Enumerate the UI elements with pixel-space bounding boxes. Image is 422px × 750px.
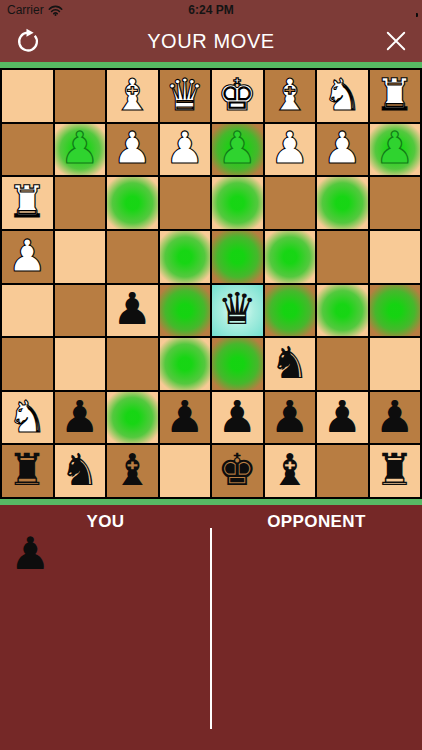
move-highlight [212, 338, 263, 390]
chess-board: ♝♛♚♝♞♜♟♟♟♟♟♟♟♜♟♟♛♞♞♟♟♟♟♟♟♜♞♝♚♝♜ [0, 68, 422, 499]
nav-bar: YOUR MOVE [0, 20, 422, 62]
clock: 6:24 PM [0, 3, 422, 17]
square-c7[interactable] [107, 392, 158, 444]
move-highlight [317, 177, 368, 229]
square-e7[interactable]: ♟ [212, 392, 263, 444]
square-h2[interactable]: ♟ [370, 124, 421, 176]
square-c2[interactable]: ♟ [107, 124, 158, 176]
white-rook: ♜ [375, 73, 414, 117]
black-rook: ♜ [8, 448, 47, 492]
square-b4[interactable] [55, 231, 106, 283]
white-knight: ♞ [323, 73, 362, 117]
square-d1[interactable]: ♛ [160, 70, 211, 122]
square-c1[interactable]: ♝ [107, 70, 158, 122]
close-button[interactable] [374, 20, 418, 62]
black-pawn: ♟ [323, 395, 362, 439]
move-highlight [265, 231, 316, 283]
move-highlight [317, 285, 368, 337]
page-title: YOUR MOVE [147, 30, 275, 53]
white-knight: ♞ [8, 395, 47, 439]
square-a5[interactable] [2, 285, 53, 337]
white-bishop: ♝ [270, 73, 309, 117]
move-highlight [212, 231, 263, 283]
white-pawn: ♟ [60, 126, 99, 170]
move-highlight [107, 177, 158, 229]
square-b6[interactable] [55, 338, 106, 390]
square-f2[interactable]: ♟ [265, 124, 316, 176]
carrier-label: Carrier [7, 3, 44, 17]
tray-divider [210, 528, 212, 729]
square-b5[interactable] [55, 285, 106, 337]
square-f8[interactable]: ♝ [265, 445, 316, 497]
square-e1[interactable]: ♚ [212, 70, 263, 122]
square-a3[interactable]: ♜ [2, 177, 53, 229]
close-icon [385, 30, 407, 52]
square-c5[interactable]: ♟ [107, 285, 158, 337]
black-pawn: ♟ [165, 395, 204, 439]
move-highlight [370, 285, 421, 337]
square-e2[interactable]: ♟ [212, 124, 263, 176]
white-pawn: ♟ [8, 234, 47, 278]
white-pawn: ♟ [218, 126, 257, 170]
square-g7[interactable]: ♟ [317, 392, 368, 444]
square-e6[interactable] [212, 338, 263, 390]
refresh-icon [15, 28, 41, 54]
move-highlight [160, 231, 211, 283]
square-a7[interactable]: ♞ [2, 392, 53, 444]
white-bishop: ♝ [113, 73, 152, 117]
move-highlight [107, 392, 158, 444]
opponent-label: OPPONENT [211, 512, 422, 532]
square-a6[interactable] [2, 338, 53, 390]
square-f5[interactable] [265, 285, 316, 337]
black-rook: ♜ [375, 448, 414, 492]
square-b7[interactable]: ♟ [55, 392, 106, 444]
move-highlight [212, 177, 263, 229]
white-pawn: ♟ [165, 126, 204, 170]
square-a8[interactable]: ♜ [2, 445, 53, 497]
square-g1[interactable]: ♞ [317, 70, 368, 122]
square-d7[interactable]: ♟ [160, 392, 211, 444]
square-g6[interactable] [317, 338, 368, 390]
square-c8[interactable]: ♝ [107, 445, 158, 497]
square-g3[interactable] [317, 177, 368, 229]
move-highlight [160, 285, 211, 337]
white-pawn: ♟ [270, 126, 309, 170]
square-g4[interactable] [317, 231, 368, 283]
black-pawn: ♟ [375, 395, 414, 439]
square-d5[interactable] [160, 285, 211, 337]
white-rook: ♜ [8, 180, 47, 224]
refresh-button[interactable] [6, 20, 50, 62]
you-captured-pieces: ♟ [10, 531, 50, 576]
square-a1[interactable] [2, 70, 53, 122]
captured-black-pawn: ♟ [10, 531, 50, 576]
white-queen: ♛ [165, 73, 204, 117]
capture-tray-section: YOU OPPONENT ♟ [0, 505, 422, 748]
square-g8[interactable] [317, 445, 368, 497]
status-bar: 6:24 PM Carrier [0, 0, 422, 20]
black-pawn: ♟ [113, 287, 152, 331]
square-d4[interactable] [160, 231, 211, 283]
square-h1[interactable]: ♜ [370, 70, 421, 122]
square-h4[interactable] [370, 231, 421, 283]
square-f7[interactable]: ♟ [265, 392, 316, 444]
square-b2[interactable]: ♟ [55, 124, 106, 176]
square-b1[interactable] [55, 70, 106, 122]
square-b8[interactable]: ♞ [55, 445, 106, 497]
square-a2[interactable] [2, 124, 53, 176]
black-knight: ♞ [270, 341, 309, 385]
square-e8[interactable]: ♚ [212, 445, 263, 497]
black-king: ♚ [218, 448, 257, 492]
move-highlight [160, 338, 211, 390]
square-c4[interactable] [107, 231, 158, 283]
black-queen: ♛ [218, 287, 257, 331]
white-pawn: ♟ [375, 126, 414, 170]
square-c6[interactable] [107, 338, 158, 390]
square-h3[interactable] [370, 177, 421, 229]
white-pawn: ♟ [113, 126, 152, 170]
square-g2[interactable]: ♟ [317, 124, 368, 176]
square-f4[interactable] [265, 231, 316, 283]
square-h8[interactable]: ♜ [370, 445, 421, 497]
square-e3[interactable] [212, 177, 263, 229]
square-d2[interactable]: ♟ [160, 124, 211, 176]
square-b3[interactable] [55, 177, 106, 229]
square-f3[interactable] [265, 177, 316, 229]
square-h5[interactable] [370, 285, 421, 337]
wifi-icon [48, 5, 63, 16]
square-d8[interactable] [160, 445, 211, 497]
move-highlight [265, 285, 316, 337]
square-h6[interactable] [370, 338, 421, 390]
square-e4[interactable] [212, 231, 263, 283]
black-pawn: ♟ [60, 395, 99, 439]
square-a4[interactable]: ♟ [2, 231, 53, 283]
square-g5[interactable] [317, 285, 368, 337]
square-f6[interactable]: ♞ [265, 338, 316, 390]
square-c3[interactable] [107, 177, 158, 229]
black-bishop: ♝ [270, 448, 309, 492]
black-pawn: ♟ [218, 395, 257, 439]
square-d6[interactable] [160, 338, 211, 390]
white-pawn: ♟ [323, 126, 362, 170]
black-bishop: ♝ [113, 448, 152, 492]
white-king: ♚ [218, 73, 257, 117]
square-e5[interactable]: ♛ [212, 285, 263, 337]
square-f1[interactable]: ♝ [265, 70, 316, 122]
black-pawn: ♟ [270, 395, 309, 439]
square-d3[interactable] [160, 177, 211, 229]
square-h7[interactable]: ♟ [370, 392, 421, 444]
black-knight: ♞ [60, 448, 99, 492]
